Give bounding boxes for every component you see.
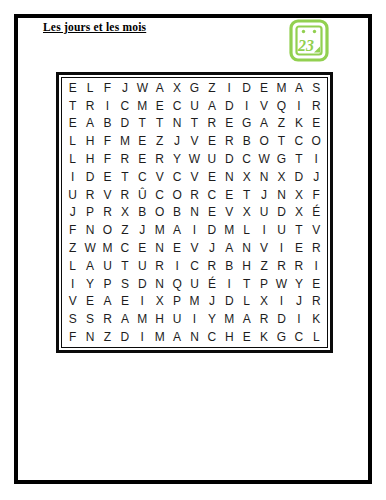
grid-cell[interactable]: A [168, 328, 185, 346]
grid-cell[interactable]: X [255, 293, 272, 311]
grid-cell[interactable]: I [273, 239, 290, 257]
grid-cell[interactable]: E [151, 97, 168, 115]
grid-cell[interactable]: E [81, 293, 98, 311]
grid-cell[interactable]: M [186, 293, 203, 311]
grid-cell[interactable]: C [116, 97, 133, 115]
grid-cell[interactable]: A [168, 221, 185, 239]
grid-cell[interactable]: I [221, 79, 238, 97]
grid-cell[interactable]: L [238, 293, 255, 311]
grid-cell[interactable]: I [290, 97, 307, 115]
grid-cell[interactable]: P [81, 204, 98, 222]
grid-cell[interactable]: A [221, 239, 238, 257]
grid-cell[interactable]: H [238, 257, 255, 275]
grid-cell[interactable]: W [81, 239, 98, 257]
calendar-ring-dot [313, 30, 316, 33]
grid-cell[interactable]: G [273, 328, 290, 346]
grid-cell[interactable]: U [255, 204, 272, 222]
grid-cell[interactable]: J [255, 186, 272, 204]
grid-cell[interactable]: R [99, 204, 116, 222]
grid-cell[interactable]: O [308, 132, 325, 150]
grid-cell[interactable]: D [203, 221, 220, 239]
grid-cell[interactable]: R [308, 239, 325, 257]
grid-cell[interactable]: E [134, 239, 151, 257]
grid-cell[interactable]: Û [134, 186, 151, 204]
grid-cell[interactable]: I [308, 257, 325, 275]
grid-cell[interactable]: V [221, 204, 238, 222]
grid-cell[interactable]: A [255, 115, 272, 133]
grid-cell[interactable]: J [203, 239, 220, 257]
grid-cell[interactable]: V [151, 168, 168, 186]
grid-cell[interactable]: D [221, 150, 238, 168]
grid-cell[interactable]: A [238, 310, 255, 328]
grid-cell[interactable]: M [221, 310, 238, 328]
grid-cell[interactable]: R [81, 186, 98, 204]
grid-cell[interactable]: W [186, 150, 203, 168]
calendar-day-number: 23 [297, 37, 314, 54]
grid-cell[interactable]: A [151, 79, 168, 97]
calendar-icon: 23 [289, 19, 329, 62]
grid-cell[interactable]: M [99, 239, 116, 257]
grid-cell[interactable]: N [255, 168, 272, 186]
grid-cell[interactable]: Y [203, 310, 220, 328]
grid-cell[interactable]: E [203, 168, 220, 186]
grid-cell[interactable]: U [64, 186, 81, 204]
grid-cell[interactable]: L [81, 79, 98, 97]
grid-cell[interactable]: F [308, 186, 325, 204]
grid-cell[interactable]: I [186, 310, 203, 328]
grid-cell[interactable]: I [273, 293, 290, 311]
grid-cell[interactable]: I [290, 310, 307, 328]
grid-cell[interactable]: P [168, 293, 185, 311]
grid-cell[interactable]: H [81, 132, 98, 150]
grid-cell[interactable]: G [186, 79, 203, 97]
grid-cell[interactable]: T [116, 168, 133, 186]
grid-cell[interactable]: T [290, 221, 307, 239]
grid-cell[interactable]: J [168, 132, 185, 150]
grid-cell[interactable]: N [238, 239, 255, 257]
grid-cell[interactable]: R [186, 186, 203, 204]
grid-cell[interactable]: M [151, 328, 168, 346]
grid-cell[interactable]: C [168, 97, 185, 115]
grid-cell[interactable]: B [238, 132, 255, 150]
grid-cell[interactable]: C [168, 168, 185, 186]
grid-cell[interactable]: C [203, 328, 220, 346]
grid-cell[interactable]: R [151, 257, 168, 275]
grid-cell[interactable]: M [221, 221, 238, 239]
grid-cell[interactable]: E [134, 150, 151, 168]
grid-cell[interactable]: B [221, 257, 238, 275]
grid-cell[interactable]: K [290, 115, 307, 133]
grid-cell[interactable]: R [81, 97, 98, 115]
grid-cell[interactable]: X [273, 168, 290, 186]
grid-cell[interactable]: W [134, 79, 151, 97]
grid-cell[interactable]: E [308, 115, 325, 133]
grid-cell[interactable]: E [64, 115, 81, 133]
grid-cell[interactable]: H [81, 150, 98, 168]
grid-cell[interactable]: E [221, 186, 238, 204]
grid-cell[interactable]: X [151, 293, 168, 311]
grid-cell[interactable]: É [308, 204, 325, 222]
grid-cell[interactable]: E [168, 239, 185, 257]
grid-cell[interactable]: X [290, 204, 307, 222]
grid-cell[interactable]: Z [64, 239, 81, 257]
grid-cell[interactable]: J [64, 204, 81, 222]
grid-cell[interactable]: L [308, 328, 325, 346]
grid-cell[interactable]: J [290, 293, 307, 311]
letter-grid: ELFJWAXGZIDEMASTRICMECUADIVQIREABDTTNTRE… [61, 77, 328, 348]
grid-cell[interactable]: R [99, 310, 116, 328]
grid-cell[interactable]: M [134, 97, 151, 115]
grid-cell[interactable]: N [186, 328, 203, 346]
grid-cell[interactable]: I [168, 257, 185, 275]
grid-cell[interactable]: Q [273, 97, 290, 115]
grid-cell[interactable]: Y [290, 275, 307, 293]
grid-cell[interactable]: R [308, 97, 325, 115]
grid-cell[interactable]: I [64, 168, 81, 186]
grid-cell[interactable]: N [81, 328, 98, 346]
grid-cell[interactable]: U [186, 275, 203, 293]
grid-cell[interactable]: E [64, 79, 81, 97]
grid-cell[interactable]: J [308, 168, 325, 186]
grid-cell[interactable]: N [168, 115, 185, 133]
grid-cell[interactable]: V [186, 239, 203, 257]
grid-cell[interactable]: C [116, 239, 133, 257]
grid-cell[interactable]: Z [273, 115, 290, 133]
grid-cell[interactable]: N [81, 221, 98, 239]
grid-cell[interactable]: N [273, 186, 290, 204]
grid-cell[interactable]: T [238, 186, 255, 204]
grid-cell[interactable]: P [99, 275, 116, 293]
grid-cell[interactable]: A [81, 115, 98, 133]
grid-cell[interactable]: I [308, 150, 325, 168]
grid-cell[interactable]: E [308, 275, 325, 293]
grid-cell[interactable]: X [168, 79, 185, 97]
grid-cell[interactable]: S [116, 275, 133, 293]
grid-cell[interactable]: M [116, 132, 133, 150]
grid-cell[interactable]: I [255, 221, 272, 239]
grid-cell[interactable]: W [255, 150, 272, 168]
grid-cell[interactable]: V [99, 186, 116, 204]
grid-cell[interactable]: D [81, 168, 98, 186]
grid-cell[interactable]: V [64, 293, 81, 311]
grid-cell[interactable]: N [186, 204, 203, 222]
grid-cell[interactable]: H [151, 310, 168, 328]
grid-cell[interactable]: D [134, 275, 151, 293]
grid-cell[interactable]: G [273, 150, 290, 168]
grid-cell[interactable]: C [290, 328, 307, 346]
worksheet-page: Les jours et les mois 23 ELFJWAXGZIDEMAS… [0, 0, 386, 500]
grid-cell[interactable]: L [64, 257, 81, 275]
grid-cell[interactable]: E [203, 132, 220, 150]
grid-cell[interactable]: A [116, 310, 133, 328]
grid-cell[interactable]: Z [255, 257, 272, 275]
grid-cell[interactable]: M [134, 310, 151, 328]
grid-cell[interactable]: L [64, 132, 81, 150]
grid-cell[interactable]: I [99, 97, 116, 115]
grid-cell[interactable]: T [186, 115, 203, 133]
grid-cell[interactable]: L [238, 221, 255, 239]
grid-cell[interactable]: U [203, 150, 220, 168]
grid-cell[interactable]: K [308, 310, 325, 328]
grid-cell[interactable]: C [203, 186, 220, 204]
grid-cell[interactable]: C [186, 257, 203, 275]
grid-cell[interactable]: A [203, 97, 220, 115]
grid-cell[interactable]: F [64, 221, 81, 239]
grid-cell[interactable]: U [186, 97, 203, 115]
grid-cell[interactable]: D [221, 293, 238, 311]
grid-cell[interactable]: R [151, 150, 168, 168]
grid-cell[interactable]: V [308, 221, 325, 239]
grid-cell[interactable]: S [308, 79, 325, 97]
grid-cell[interactable]: B [99, 115, 116, 133]
grid-cell[interactable]: O [151, 204, 168, 222]
grid-cell[interactable]: Z [151, 132, 168, 150]
grid-cell[interactable]: I [64, 275, 81, 293]
grid-cell[interactable]: T [116, 257, 133, 275]
grid-cell[interactable]: E [255, 79, 272, 97]
grid-cell[interactable]: R [308, 293, 325, 311]
grid-cell[interactable]: J [116, 79, 133, 97]
grid-cell[interactable]: I [134, 328, 151, 346]
grid-cell[interactable]: D [273, 310, 290, 328]
grid-cell[interactable]: T [238, 275, 255, 293]
grid-cell[interactable]: R [203, 257, 220, 275]
grid-cell[interactable]: T [134, 115, 151, 133]
grid-cell[interactable]: O [255, 132, 272, 150]
grid-cell[interactable]: C [238, 150, 255, 168]
grid-cell[interactable]: F [99, 132, 116, 150]
grid-cell[interactable]: W [273, 275, 290, 293]
grid-cell[interactable]: E [221, 115, 238, 133]
grid-cell[interactable]: O [168, 186, 185, 204]
grid-cell[interactable]: T [151, 115, 168, 133]
grid-cell[interactable]: V [255, 97, 272, 115]
grid-cell[interactable]: U [134, 257, 151, 275]
grid-cell[interactable]: L [64, 150, 81, 168]
grid-cell[interactable]: F [99, 150, 116, 168]
grid-cell[interactable]: I [134, 293, 151, 311]
grid-cell[interactable]: R [273, 257, 290, 275]
grid-cell[interactable]: Z [116, 221, 133, 239]
grid-cell[interactable]: I [238, 97, 255, 115]
word-search-board: ELFJWAXGZIDEMASTRICMECUADIVQIREABDTTNTRE… [56, 72, 333, 353]
grid-cell[interactable]: D [273, 204, 290, 222]
grid-cell[interactable]: C [290, 132, 307, 150]
grid-cell[interactable]: T [64, 97, 81, 115]
grid-cell[interactable]: I [186, 221, 203, 239]
grid-cell[interactable]: I [221, 275, 238, 293]
grid-cell[interactable]: Y [81, 275, 98, 293]
grid-cell[interactable]: A [290, 79, 307, 97]
grid-cell[interactable]: C [151, 186, 168, 204]
grid-cell[interactable]: A [81, 257, 98, 275]
grid-cell[interactable]: H [221, 328, 238, 346]
grid-cell[interactable]: N [151, 239, 168, 257]
grid-cell[interactable]: N [151, 275, 168, 293]
grid-cell[interactable]: V [186, 132, 203, 150]
grid-cell[interactable]: X [116, 204, 133, 222]
grid-cell[interactable]: D [116, 115, 133, 133]
grid-cell[interactable]: S [81, 310, 98, 328]
grid-cell[interactable]: T [290, 150, 307, 168]
page-title: Les jours et les mois [43, 21, 146, 33]
calendar-ring-dot [302, 30, 305, 33]
grid-cell[interactable]: E [203, 204, 220, 222]
grid-cell[interactable]: R [116, 186, 133, 204]
grid-cell[interactable]: R [116, 150, 133, 168]
grid-cell[interactable]: V [255, 239, 272, 257]
grid-cell[interactable]: J [203, 293, 220, 311]
grid-cell[interactable]: Z [203, 79, 220, 97]
grid-cell[interactable]: Z [99, 328, 116, 346]
grid-cell[interactable]: X [290, 186, 307, 204]
grid-cell[interactable]: K [255, 328, 272, 346]
grid-cell[interactable]: U [273, 221, 290, 239]
grid-cell[interactable]: D [221, 97, 238, 115]
grid-cell[interactable]: P [255, 275, 272, 293]
grid-cell[interactable]: D [238, 79, 255, 97]
grid-cell[interactable]: F [64, 328, 81, 346]
grid-cell[interactable]: E [99, 168, 116, 186]
grid-cell[interactable]: R [203, 115, 220, 133]
grid-cell[interactable]: R [255, 310, 272, 328]
grid-cell[interactable]: M [273, 79, 290, 97]
grid-cell[interactable]: S [64, 310, 81, 328]
grid-cell[interactable]: U [99, 257, 116, 275]
grid-cell[interactable]: B [134, 204, 151, 222]
grid-cell[interactable]: D [116, 328, 133, 346]
grid-cell[interactable]: T [273, 132, 290, 150]
grid-cell[interactable]: B [168, 204, 185, 222]
grid-cell[interactable]: A [99, 293, 116, 311]
grid-cell[interactable]: F [99, 79, 116, 97]
grid-cell[interactable]: M [151, 221, 168, 239]
grid-cell[interactable]: O [99, 221, 116, 239]
grid-cell[interactable]: D [290, 168, 307, 186]
grid-cell[interactable]: R [221, 132, 238, 150]
grid-cell[interactable]: R [290, 257, 307, 275]
grid-cell[interactable]: E [116, 293, 133, 311]
grid-cell[interactable]: C [134, 168, 151, 186]
grid-cell[interactable]: E [238, 328, 255, 346]
grid-cell[interactable]: G [238, 115, 255, 133]
grid-cell[interactable]: Q [168, 275, 185, 293]
grid-cell[interactable]: Y [168, 150, 185, 168]
grid-cell[interactable]: É [203, 275, 220, 293]
grid-cell[interactable]: E [134, 132, 151, 150]
grid-cell[interactable]: E [290, 239, 307, 257]
grid-cell[interactable]: V [186, 168, 203, 186]
grid-cell[interactable]: X [238, 204, 255, 222]
grid-cell[interactable]: N [221, 168, 238, 186]
grid-cell[interactable]: U [168, 310, 185, 328]
grid-cell[interactable]: J [134, 221, 151, 239]
grid-cell[interactable]: X [238, 168, 255, 186]
